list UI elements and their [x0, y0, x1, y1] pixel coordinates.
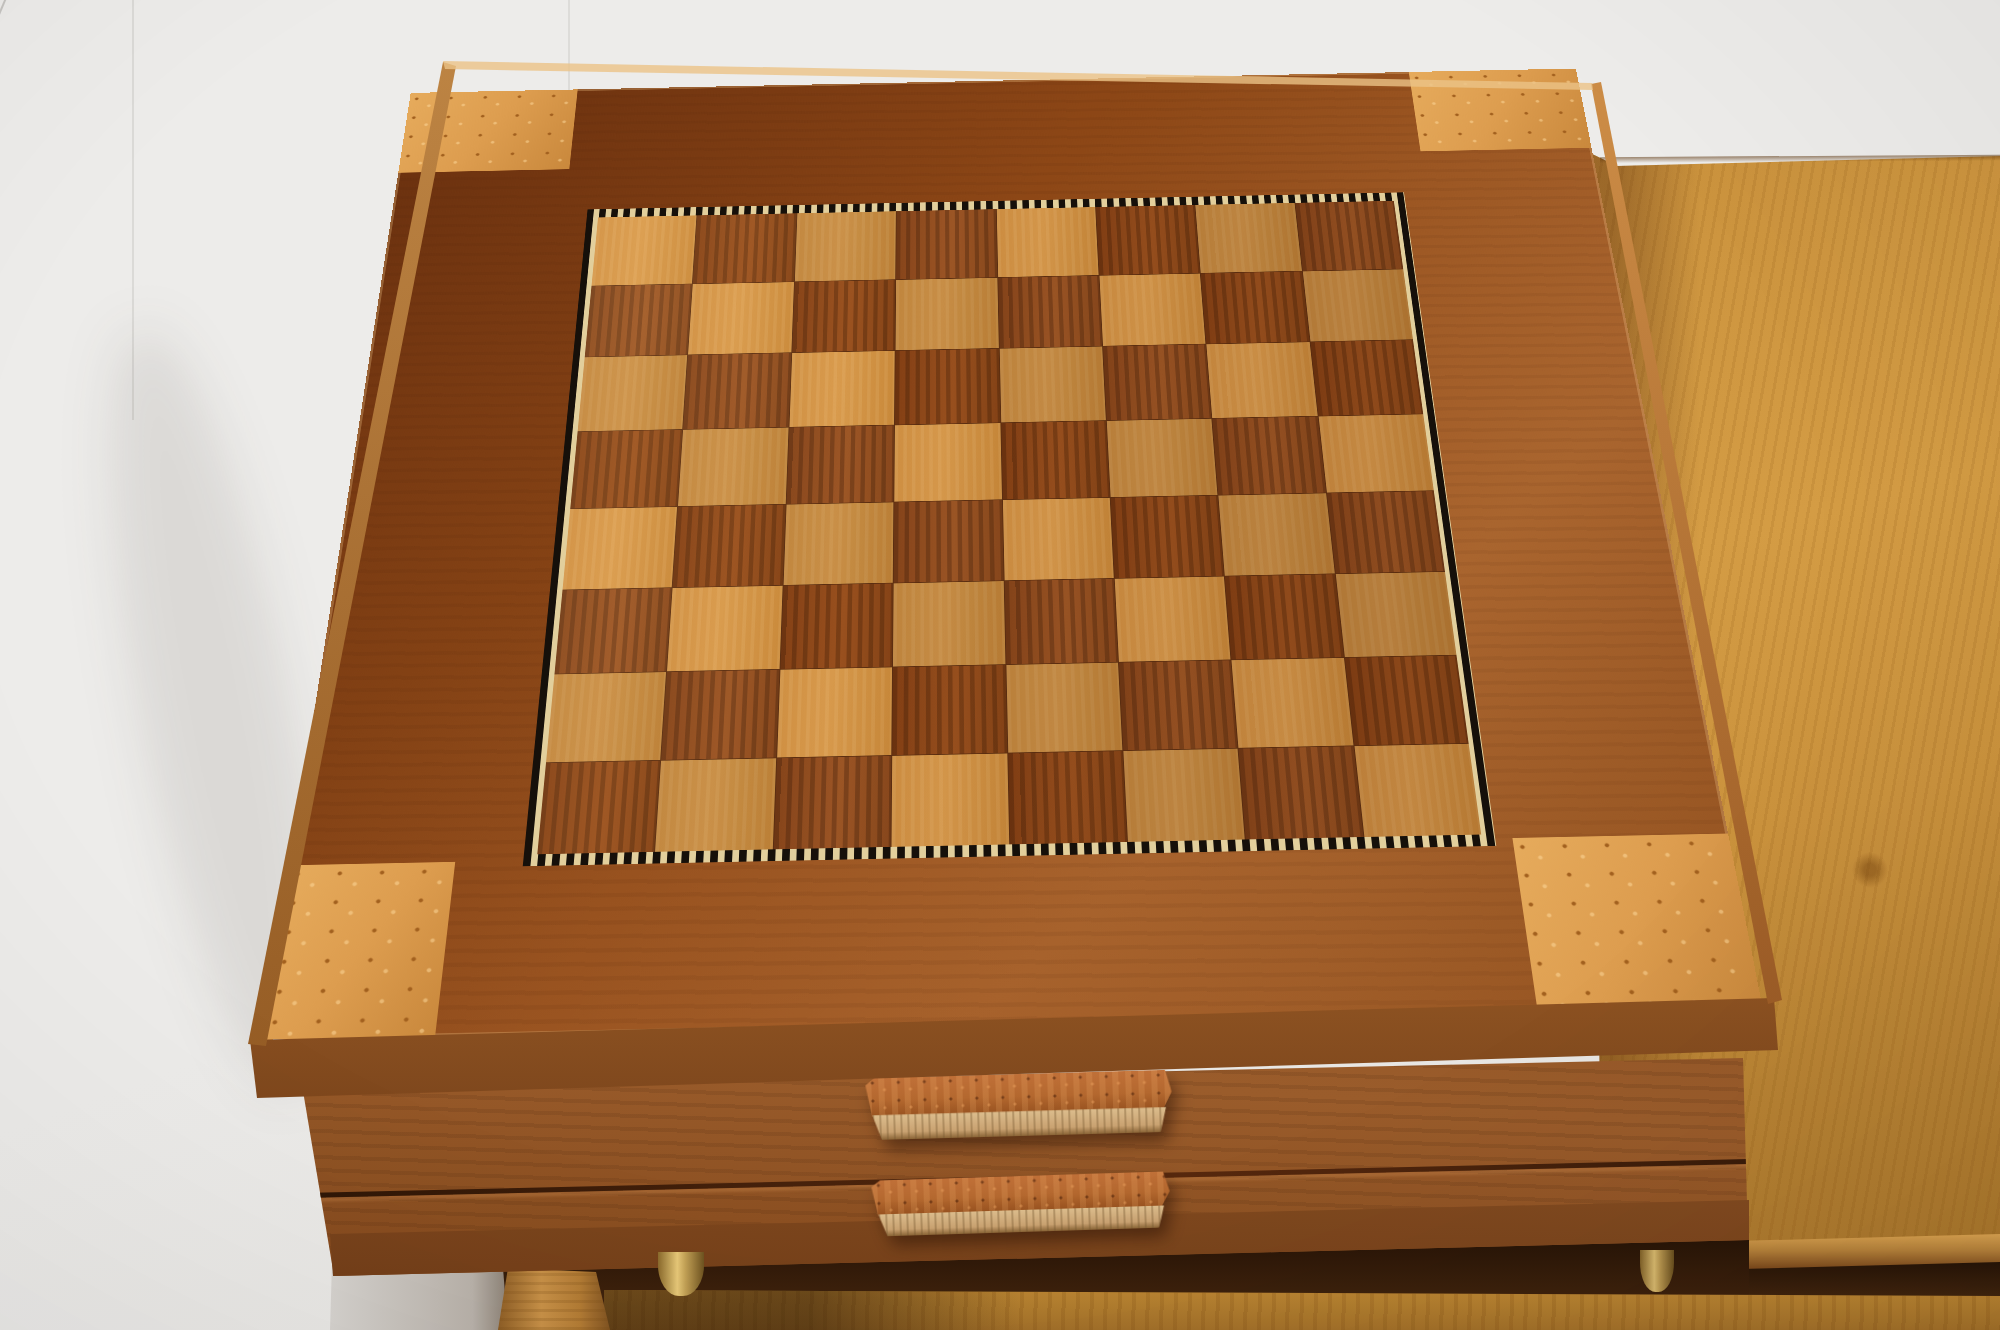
square-g8	[1195, 203, 1301, 273]
maple-corner-bottom-right	[1512, 834, 1762, 1013]
square-b3	[667, 585, 782, 671]
square-a2	[546, 672, 666, 762]
square-f6	[1103, 344, 1212, 420]
square-d2	[892, 665, 1006, 755]
square-g7	[1201, 271, 1309, 344]
square-e1	[1008, 751, 1127, 845]
photo-scene	[0, 0, 2000, 1330]
square-h6	[1310, 340, 1423, 415]
square-a3	[555, 588, 673, 674]
square-f2	[1119, 660, 1238, 750]
square-a5	[570, 429, 682, 508]
square-d3	[893, 581, 1005, 667]
square-b2	[662, 670, 780, 760]
wall-floor-seam	[0, 0, 12, 1045]
square-d8	[896, 209, 997, 279]
square-g4	[1219, 493, 1335, 575]
square-b4	[673, 505, 785, 587]
square-c3	[780, 583, 893, 669]
chessboard	[537, 201, 1481, 854]
square-f1	[1123, 748, 1245, 842]
square-c5	[786, 425, 894, 504]
square-c6	[789, 351, 895, 427]
square-h5	[1318, 414, 1433, 493]
drawer-handle-top	[865, 1070, 1173, 1141]
square-d7	[896, 278, 999, 351]
square-b5	[678, 427, 788, 506]
square-e2	[1006, 663, 1122, 753]
square-e7	[998, 275, 1102, 348]
square-h4	[1327, 491, 1445, 573]
square-f7	[1099, 273, 1205, 346]
square-a7	[585, 284, 692, 357]
square-d5	[894, 423, 1001, 502]
square-f3	[1115, 576, 1231, 662]
square-a1	[537, 760, 660, 854]
drawer-handle-bottom	[871, 1171, 1171, 1236]
square-g5	[1212, 416, 1325, 495]
square-b6	[683, 353, 791, 429]
square-b7	[688, 282, 793, 355]
square-c8	[795, 211, 896, 281]
square-f4	[1111, 496, 1225, 578]
square-h1	[1354, 743, 1481, 837]
square-h3	[1335, 571, 1456, 657]
square-h8	[1295, 201, 1403, 271]
square-c4	[783, 502, 893, 584]
square-e6	[999, 346, 1105, 422]
square-h7	[1302, 269, 1412, 341]
square-a8	[592, 215, 697, 285]
square-g1	[1239, 746, 1363, 840]
square-d1	[892, 753, 1009, 847]
coffee-table-leg	[498, 1264, 612, 1330]
square-a6	[578, 355, 688, 431]
square-f8	[1096, 205, 1200, 275]
square-c2	[777, 667, 892, 757]
square-b1	[655, 758, 776, 852]
square-c7	[792, 280, 895, 353]
square-e3	[1004, 578, 1118, 664]
square-g2	[1232, 658, 1353, 748]
games-table-top	[263, 69, 1763, 1040]
square-d6	[895, 349, 1000, 425]
square-h2	[1345, 656, 1469, 745]
square-e5	[1001, 421, 1110, 500]
square-g3	[1225, 574, 1344, 660]
square-b8	[693, 213, 796, 283]
square-f5	[1107, 418, 1218, 497]
square-e4	[1002, 498, 1113, 580]
square-a4	[563, 507, 678, 589]
square-g6	[1207, 342, 1318, 418]
square-e8	[996, 207, 1098, 277]
square-d4	[894, 500, 1004, 582]
square-c1	[773, 755, 891, 849]
